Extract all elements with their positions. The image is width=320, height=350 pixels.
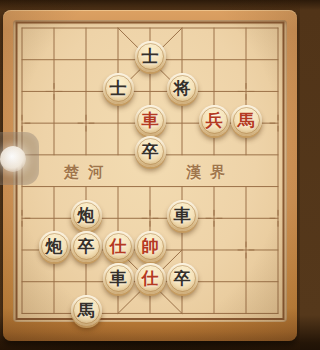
piece-glyph: 車 (174, 200, 191, 231)
piece-black-cannon[interactable]: 炮 (39, 231, 70, 262)
piece-glyph: 車 (142, 105, 159, 136)
piece-glyph: 炮 (78, 200, 95, 231)
piece-red-chariot[interactable]: 車 (135, 105, 166, 136)
pieces-layer: 士士将車兵馬卒炮車炮卒仕帥車仕卒馬 (0, 0, 300, 350)
piece-black-horse[interactable]: 馬 (71, 295, 102, 326)
piece-glyph: 車 (110, 263, 127, 294)
piece-black-advisor[interactable]: 士 (135, 41, 166, 72)
piece-black-general[interactable]: 将 (167, 73, 198, 104)
piece-glyph: 炮 (46, 231, 63, 262)
piece-glyph: 仕 (142, 263, 159, 294)
piece-glyph: 卒 (142, 136, 159, 167)
piece-glyph: 士 (142, 41, 159, 72)
floating-widget[interactable] (0, 132, 39, 185)
piece-glyph: 仕 (110, 231, 127, 262)
piece-glyph: 兵 (206, 105, 223, 136)
piece-red-soldier[interactable]: 兵 (199, 105, 230, 136)
piece-glyph: 卒 (174, 263, 191, 294)
piece-black-advisor[interactable]: 士 (103, 73, 134, 104)
piece-black-chariot[interactable]: 車 (167, 200, 198, 231)
piece-black-chariot[interactable]: 車 (103, 263, 134, 294)
piece-glyph: 帥 (142, 231, 159, 262)
glow-orb-icon (0, 146, 26, 172)
piece-glyph: 馬 (238, 105, 255, 136)
piece-glyph: 将 (174, 73, 191, 104)
piece-glyph: 馬 (78, 295, 95, 326)
piece-red-advisor[interactable]: 仕 (103, 231, 134, 262)
piece-red-horse[interactable]: 馬 (231, 105, 262, 136)
piece-red-advisor[interactable]: 仕 (135, 263, 166, 294)
piece-black-soldier[interactable]: 卒 (167, 263, 198, 294)
piece-red-general[interactable]: 帥 (135, 231, 166, 262)
piece-glyph: 卒 (78, 231, 95, 262)
piece-black-soldier[interactable]: 卒 (71, 231, 102, 262)
piece-glyph: 士 (110, 73, 127, 104)
piece-black-soldier[interactable]: 卒 (135, 136, 166, 167)
piece-black-cannon[interactable]: 炮 (71, 200, 102, 231)
